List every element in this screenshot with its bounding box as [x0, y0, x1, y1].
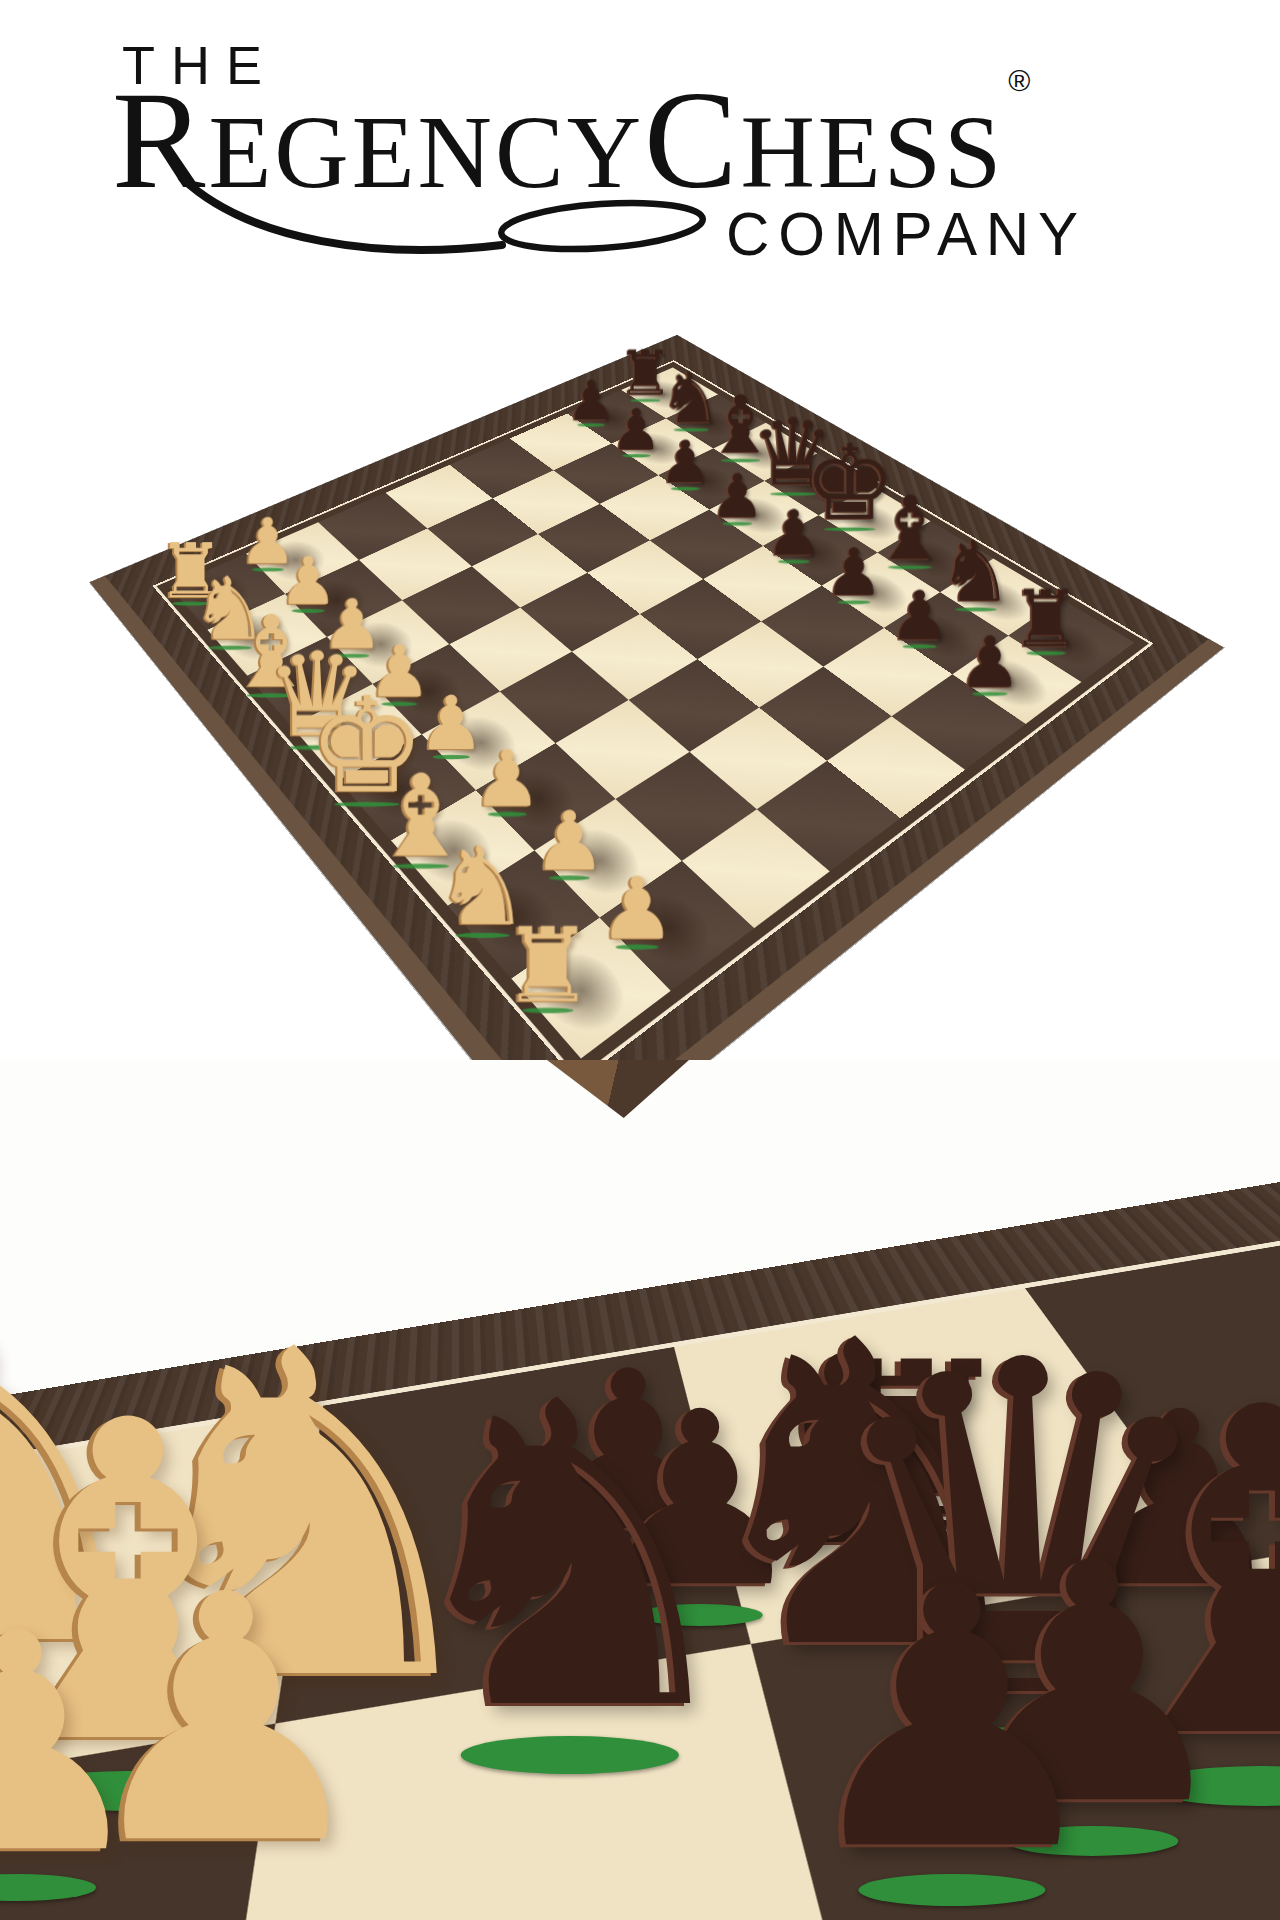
piece-black-p: ♟ [765, 504, 822, 564]
regency-chess-logo: THE REGENCYCHESS® COMPANY [0, 0, 1280, 270]
logo-regency-rest: EGENCY [208, 95, 644, 209]
piece-black-p: ♟ [889, 585, 950, 650]
logo-regency-initial: R [112, 62, 208, 217]
closeup-piece-black-p: ♟ [791, 1540, 1114, 1900]
piece-black-p: ♟ [659, 435, 712, 491]
product-page: THE REGENCYCHESS® COMPANY ♜♞♝♛♚♝♞♜♟♟♟♟♟♟… [0, 0, 1280, 1920]
piece-black-p: ♟ [566, 375, 615, 427]
logo-chess-initial: C [644, 62, 740, 217]
closeup-piece-black-n: ♞ [382, 1348, 759, 1768]
piece-black-p: ♟ [958, 630, 1022, 697]
chess-set-photo[interactable]: ♜♞♝♛♚♝♞♜♟♟♟♟♟♟♟♟♟♟♟♟♟♟♟♟♜♞♝♛♚♝♞♜ [0, 270, 1280, 970]
closeup-piece-white-p: ♟ [0, 1595, 152, 1895]
piece-black-p: ♟ [825, 543, 884, 605]
piece-black-p: ♟ [710, 469, 764, 527]
square-h8: ♜ [1008, 599, 1134, 682]
piece-black-p: ♟ [611, 404, 662, 458]
logo-wordmark: REGENCYCHESS® [112, 70, 1029, 210]
square-f4 [629, 659, 760, 752]
piece-white-p: ♟ [599, 869, 676, 951]
piece-white-p: ♟ [533, 803, 606, 881]
chess-board-squares: ♜♞♝♛♚♝♞♜♟♟♟♟♟♟♟♟♟♟♟♟♟♟♟♟♜♞♝♛♚♝♞♜ [157, 362, 1149, 1077]
chess-pieces-closeup-photo[interactable]: ♞♟♝♞♟♟♟♞♝♜♛♞♟♟♟♝ [0, 1060, 1280, 1920]
logo-company: COMPANY [726, 198, 1087, 269]
registered-trademark-icon: ® [1008, 66, 1033, 96]
square-e3 [500, 651, 629, 743]
logo-chess-rest: HESS [740, 95, 1004, 209]
piece-white-r: ♜ [502, 917, 595, 1015]
wooden-board-corner [547, 1060, 689, 1118]
